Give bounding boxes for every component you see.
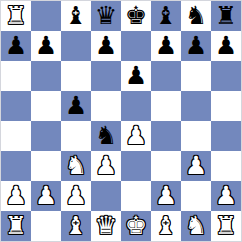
black-pawn[interactable]: ♟: [31, 31, 61, 61]
square-g4[interactable]: [181, 121, 211, 151]
white-queen[interactable]: ♛: [91, 211, 121, 241]
square-c5[interactable]: ♟: [61, 91, 91, 121]
white-pawn[interactable]: ♟: [181, 151, 211, 181]
square-c3[interactable]: ♞: [61, 151, 91, 181]
square-g1[interactable]: ♞: [181, 211, 211, 241]
square-f2[interactable]: ♟: [151, 181, 181, 211]
square-e2[interactable]: [121, 181, 151, 211]
square-b6[interactable]: [31, 61, 61, 91]
chess-board: ♜♝♛♚♝♞♜♟♟♟♟♟♟♟♟♞♟♞♟♟♟♟♟♟♟♜♝♛♚♝♞♜: [0, 0, 242, 242]
square-h6[interactable]: [211, 61, 241, 91]
square-c2[interactable]: ♟: [61, 181, 91, 211]
square-g2[interactable]: [181, 181, 211, 211]
white-bishop[interactable]: ♝: [61, 211, 91, 241]
white-pawn[interactable]: ♟: [31, 181, 61, 211]
square-f5[interactable]: [151, 91, 181, 121]
white-bishop[interactable]: ♝: [151, 211, 181, 241]
square-d4[interactable]: ♞: [91, 121, 121, 151]
square-c8[interactable]: ♝: [61, 1, 91, 31]
square-g3[interactable]: ♟: [181, 151, 211, 181]
black-pawn[interactable]: ♟: [1, 31, 31, 61]
square-a8[interactable]: ♜: [1, 1, 31, 31]
square-e3[interactable]: [121, 151, 151, 181]
square-h1[interactable]: ♜: [211, 211, 241, 241]
white-rook[interactable]: ♜: [211, 211, 241, 241]
square-c6[interactable]: [61, 61, 91, 91]
square-h4[interactable]: [211, 121, 241, 151]
square-a2[interactable]: ♟: [1, 181, 31, 211]
black-king[interactable]: ♚: [121, 1, 151, 31]
black-pawn[interactable]: ♟: [151, 31, 181, 61]
black-queen[interactable]: ♛: [91, 1, 121, 31]
white-pawn[interactable]: ♟: [91, 151, 121, 181]
square-g5[interactable]: [181, 91, 211, 121]
square-h3[interactable]: [211, 151, 241, 181]
white-pawn[interactable]: ♟: [211, 181, 241, 211]
square-b7[interactable]: ♟: [31, 31, 61, 61]
square-f6[interactable]: [151, 61, 181, 91]
square-d8[interactable]: ♛: [91, 1, 121, 31]
square-d5[interactable]: [91, 91, 121, 121]
square-h5[interactable]: [211, 91, 241, 121]
square-f8[interactable]: ♝: [151, 1, 181, 31]
square-b3[interactable]: [31, 151, 61, 181]
square-b1[interactable]: [31, 211, 61, 241]
square-d3[interactable]: ♟: [91, 151, 121, 181]
white-pawn[interactable]: ♟: [121, 121, 151, 151]
square-h7[interactable]: ♟: [211, 31, 241, 61]
square-b8[interactable]: [31, 1, 61, 31]
square-e6[interactable]: ♟: [121, 61, 151, 91]
square-a5[interactable]: [1, 91, 31, 121]
square-g6[interactable]: [181, 61, 211, 91]
black-pawn[interactable]: ♟: [211, 31, 241, 61]
white-rook[interactable]: ♜: [1, 1, 31, 31]
square-b5[interactable]: [31, 91, 61, 121]
square-e7[interactable]: [121, 31, 151, 61]
square-a6[interactable]: [1, 61, 31, 91]
square-d2[interactable]: [91, 181, 121, 211]
black-pawn[interactable]: ♟: [181, 31, 211, 61]
square-d1[interactable]: ♛: [91, 211, 121, 241]
black-knight[interactable]: ♞: [181, 1, 211, 31]
white-pawn[interactable]: ♟: [1, 181, 31, 211]
black-rook[interactable]: ♜: [211, 1, 241, 31]
square-e5[interactable]: [121, 91, 151, 121]
square-a4[interactable]: [1, 121, 31, 151]
white-knight[interactable]: ♞: [61, 151, 91, 181]
square-h8[interactable]: ♜: [211, 1, 241, 31]
white-king[interactable]: ♚: [121, 211, 151, 241]
square-b4[interactable]: [31, 121, 61, 151]
square-g7[interactable]: ♟: [181, 31, 211, 61]
square-f4[interactable]: [151, 121, 181, 151]
square-d6[interactable]: [91, 61, 121, 91]
square-b2[interactable]: ♟: [31, 181, 61, 211]
black-pawn[interactable]: ♟: [91, 31, 121, 61]
white-pawn[interactable]: ♟: [61, 181, 91, 211]
square-f3[interactable]: [151, 151, 181, 181]
square-c1[interactable]: ♝: [61, 211, 91, 241]
square-a3[interactable]: [1, 151, 31, 181]
square-e4[interactable]: ♟: [121, 121, 151, 151]
white-pawn[interactable]: ♟: [151, 181, 181, 211]
black-bishop[interactable]: ♝: [151, 1, 181, 31]
square-e1[interactable]: ♚: [121, 211, 151, 241]
square-g8[interactable]: ♞: [181, 1, 211, 31]
white-rook[interactable]: ♜: [1, 211, 31, 241]
square-d7[interactable]: ♟: [91, 31, 121, 61]
square-f1[interactable]: ♝: [151, 211, 181, 241]
square-e8[interactable]: ♚: [121, 1, 151, 31]
black-pawn[interactable]: ♟: [121, 61, 151, 91]
black-bishop[interactable]: ♝: [61, 1, 91, 31]
white-knight[interactable]: ♞: [181, 211, 211, 241]
square-a1[interactable]: ♜: [1, 211, 31, 241]
black-pawn[interactable]: ♟: [61, 91, 91, 121]
square-a7[interactable]: ♟: [1, 31, 31, 61]
black-knight[interactable]: ♞: [91, 121, 121, 151]
square-h2[interactable]: ♟: [211, 181, 241, 211]
square-f7[interactable]: ♟: [151, 31, 181, 61]
square-c7[interactable]: [61, 31, 91, 61]
square-c4[interactable]: [61, 121, 91, 151]
